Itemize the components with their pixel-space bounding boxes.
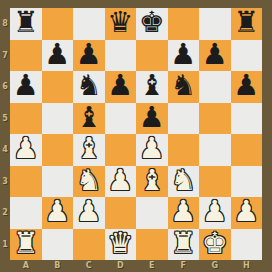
white-pawn[interactable]: ♟ [13, 134, 39, 163]
square-e1[interactable] [136, 229, 168, 261]
white-pawn[interactable]: ♟ [202, 197, 228, 226]
square-g5[interactable] [199, 103, 231, 135]
white-knight[interactable]: ♞ [170, 166, 196, 195]
square-c7[interactable]: ♟ [73, 40, 105, 72]
square-d2[interactable] [105, 197, 137, 229]
square-c3[interactable]: ♞ [73, 166, 105, 198]
square-d1[interactable]: ♛ [105, 229, 137, 261]
square-d4[interactable] [105, 134, 137, 166]
rank-label-8: 8 [0, 8, 10, 40]
square-b8[interactable] [42, 8, 74, 40]
square-b2[interactable]: ♟ [42, 197, 74, 229]
file-label-a: A [10, 260, 42, 272]
black-pawn[interactable]: ♟ [170, 40, 196, 69]
square-a4[interactable]: ♟ [10, 134, 42, 166]
square-b3[interactable] [42, 166, 74, 198]
white-rook[interactable]: ♜ [170, 229, 196, 258]
white-pawn[interactable]: ♟ [44, 197, 70, 226]
square-g2[interactable]: ♟ [199, 197, 231, 229]
square-d3[interactable]: ♟ [105, 166, 137, 198]
square-a8[interactable]: ♜ [10, 8, 42, 40]
chess-board: ♜♛♚♜♟♟♟♟♟♞♟♝♞♟♝♟♟♝♟♞♟♝♞♟♟♟♟♟♜♛♜♚ [10, 8, 262, 260]
black-pawn[interactable]: ♟ [233, 71, 259, 100]
square-c2[interactable]: ♟ [73, 197, 105, 229]
black-pawn[interactable]: ♟ [13, 71, 39, 100]
square-f8[interactable] [168, 8, 200, 40]
white-queen[interactable]: ♛ [107, 229, 133, 258]
white-pawn[interactable]: ♟ [170, 197, 196, 226]
white-rook[interactable]: ♜ [13, 229, 39, 258]
square-e7[interactable] [136, 40, 168, 72]
square-c6[interactable]: ♞ [73, 71, 105, 103]
square-c5[interactable]: ♝ [73, 103, 105, 135]
black-knight[interactable]: ♞ [170, 71, 196, 100]
black-pawn[interactable]: ♟ [202, 40, 228, 69]
white-bishop[interactable]: ♝ [139, 166, 165, 195]
square-b5[interactable] [42, 103, 74, 135]
square-h7[interactable] [231, 40, 263, 72]
square-f1[interactable]: ♜ [168, 229, 200, 261]
square-a3[interactable] [10, 166, 42, 198]
black-bishop[interactable]: ♝ [139, 71, 165, 100]
square-d6[interactable]: ♟ [105, 71, 137, 103]
square-a7[interactable] [10, 40, 42, 72]
square-c8[interactable] [73, 8, 105, 40]
rank-label-2: 2 [0, 197, 10, 229]
square-a1[interactable]: ♜ [10, 229, 42, 261]
square-f4[interactable] [168, 134, 200, 166]
square-b7[interactable]: ♟ [42, 40, 74, 72]
file-labels: ABCDEFGH [10, 260, 262, 272]
chess-board-frame: 87654321 ♜♛♚♜♟♟♟♟♟♞♟♝♞♟♝♟♟♝♟♞♟♝♞♟♟♟♟♟♜♛♜… [0, 0, 272, 272]
black-bishop[interactable]: ♝ [76, 103, 102, 132]
rank-labels: 87654321 [0, 8, 10, 260]
square-h4[interactable] [231, 134, 263, 166]
white-knight[interactable]: ♞ [76, 166, 102, 195]
white-pawn[interactable]: ♟ [139, 134, 165, 163]
black-pawn[interactable]: ♟ [107, 71, 133, 100]
square-e4[interactable]: ♟ [136, 134, 168, 166]
square-e6[interactable]: ♝ [136, 71, 168, 103]
square-c4[interactable]: ♝ [73, 134, 105, 166]
square-e2[interactable] [136, 197, 168, 229]
square-g6[interactable] [199, 71, 231, 103]
square-e3[interactable]: ♝ [136, 166, 168, 198]
square-f3[interactable]: ♞ [168, 166, 200, 198]
square-g1[interactable]: ♚ [199, 229, 231, 261]
white-bishop[interactable]: ♝ [76, 134, 102, 163]
square-f2[interactable]: ♟ [168, 197, 200, 229]
square-e5[interactable]: ♟ [136, 103, 168, 135]
file-label-h: H [231, 260, 263, 272]
file-label-b: B [42, 260, 74, 272]
rank-label-6: 6 [0, 71, 10, 103]
rank-label-7: 7 [0, 40, 10, 72]
square-b1[interactable] [42, 229, 74, 261]
black-rook[interactable]: ♜ [13, 8, 39, 37]
square-f7[interactable]: ♟ [168, 40, 200, 72]
square-h6[interactable]: ♟ [231, 71, 263, 103]
square-d7[interactable] [105, 40, 137, 72]
square-h5[interactable] [231, 103, 263, 135]
square-b6[interactable] [42, 71, 74, 103]
rank-label-4: 4 [0, 134, 10, 166]
file-label-c: C [73, 260, 105, 272]
white-king[interactable]: ♚ [202, 229, 228, 258]
square-a2[interactable] [10, 197, 42, 229]
file-label-g: G [199, 260, 231, 272]
white-pawn[interactable]: ♟ [107, 166, 133, 195]
square-g8[interactable] [199, 8, 231, 40]
square-a5[interactable] [10, 103, 42, 135]
white-pawn[interactable]: ♟ [233, 197, 259, 226]
black-rook[interactable]: ♜ [233, 8, 259, 37]
square-e8[interactable]: ♚ [136, 8, 168, 40]
file-label-e: E [136, 260, 168, 272]
black-pawn[interactable]: ♟ [139, 103, 165, 132]
square-d8[interactable]: ♛ [105, 8, 137, 40]
rank-label-1: 1 [0, 229, 10, 261]
rank-label-5: 5 [0, 103, 10, 135]
square-h8[interactable]: ♜ [231, 8, 263, 40]
square-b4[interactable] [42, 134, 74, 166]
black-king[interactable]: ♚ [139, 8, 165, 37]
square-g7[interactable]: ♟ [199, 40, 231, 72]
square-h3[interactable] [231, 166, 263, 198]
black-pawn[interactable]: ♟ [44, 40, 70, 69]
white-pawn[interactable]: ♟ [76, 197, 102, 226]
square-d5[interactable] [105, 103, 137, 135]
square-a6[interactable]: ♟ [10, 71, 42, 103]
file-label-d: D [105, 260, 137, 272]
rank-label-3: 3 [0, 166, 10, 198]
file-label-f: F [168, 260, 200, 272]
square-f5[interactable] [168, 103, 200, 135]
square-h2[interactable]: ♟ [231, 197, 263, 229]
square-f6[interactable]: ♞ [168, 71, 200, 103]
square-g4[interactable] [199, 134, 231, 166]
square-g3[interactable] [199, 166, 231, 198]
black-knight[interactable]: ♞ [76, 71, 102, 100]
square-h1[interactable] [231, 229, 263, 261]
square-c1[interactable] [73, 229, 105, 261]
black-pawn[interactable]: ♟ [76, 40, 102, 69]
black-queen[interactable]: ♛ [107, 8, 133, 37]
